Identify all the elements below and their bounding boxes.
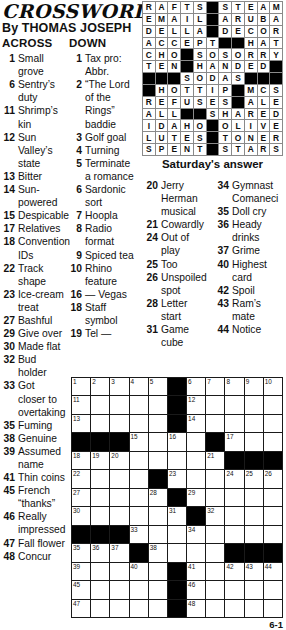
puzzle-cell[interactable]: 24 xyxy=(225,470,243,487)
answer-letter-cell: T xyxy=(219,132,231,143)
puzzle-cell[interactable]: 29 xyxy=(187,489,205,506)
puzzle-cell[interactable] xyxy=(264,581,282,598)
clue-number: 19 xyxy=(69,327,82,340)
clue: 9Spiced tea xyxy=(69,249,143,262)
puzzle-cell[interactable]: 45 xyxy=(72,581,90,598)
answer-letter-cell: O xyxy=(232,49,244,60)
puzzle-cell[interactable]: 3 xyxy=(110,378,128,395)
puzzle-cell[interactable] xyxy=(245,507,263,524)
puzzle-cell[interactable] xyxy=(130,452,148,469)
puzzle-cell[interactable]: 25 xyxy=(245,470,263,487)
clue: 34Gymnast Comaneci xyxy=(216,179,286,205)
answer-letter-cell: R xyxy=(258,49,270,60)
puzzle-cell[interactable] xyxy=(91,470,109,487)
puzzle-cell[interactable]: 38 xyxy=(149,544,167,561)
clue: 11Shrimp’s kin xyxy=(2,104,72,130)
puzzle-cell[interactable]: 13 xyxy=(72,415,90,432)
clue: 3Golf goal xyxy=(69,131,143,144)
answer-letter-cell: E xyxy=(181,38,193,49)
clue-text: Rhino feature xyxy=(85,262,143,288)
puzzle-cell[interactable] xyxy=(187,470,205,487)
answer-letter-cell: O xyxy=(219,120,231,131)
puzzle-cell[interactable] xyxy=(225,526,243,543)
clue-number: 1 xyxy=(69,52,82,65)
clue: 28Letter start xyxy=(145,297,213,323)
answer-block-cell xyxy=(258,73,270,84)
cell-number: 14 xyxy=(188,415,195,422)
puzzle-cell[interactable] xyxy=(149,452,167,469)
cell-number: 6 xyxy=(188,378,192,385)
clue-number: 15 xyxy=(2,209,15,222)
answer-letter-cell: R xyxy=(232,14,244,25)
puzzle-cell[interactable] xyxy=(206,396,224,413)
puzzle-cell[interactable]: 23 xyxy=(168,470,186,487)
puzzle-cell[interactable]: 17 xyxy=(225,433,243,450)
puzzle-cell[interactable]: 6 xyxy=(187,378,205,395)
clue: 26Unspoiled spot xyxy=(145,271,213,297)
clue-text: Too xyxy=(161,258,213,271)
answer-letter-cell: H xyxy=(156,49,168,60)
puzzle-cell[interactable] xyxy=(206,415,224,432)
puzzle-cell[interactable] xyxy=(91,396,109,413)
answer-letter-cell: A xyxy=(270,14,282,25)
clue-text: Sentry’s duty xyxy=(18,78,72,104)
puzzle-cell[interactable] xyxy=(206,600,224,617)
puzzle-cell[interactable] xyxy=(168,526,186,543)
puzzle-cell[interactable] xyxy=(264,507,282,524)
clue-number: 47 xyxy=(2,537,15,550)
puzzle-block-cell xyxy=(264,452,282,469)
clue-number: 29 xyxy=(2,327,15,340)
clue: 22Track shape xyxy=(2,262,72,288)
puzzle-cell[interactable] xyxy=(225,396,243,413)
puzzle-cell[interactable]: 26 xyxy=(264,470,282,487)
answer-block-cell xyxy=(181,61,193,72)
clue-text: Terminate a romance xyxy=(85,157,143,183)
puzzle-cell[interactable]: 31 xyxy=(168,507,186,524)
answer-letter-cell: F xyxy=(168,97,180,108)
puzzle-block-cell xyxy=(168,600,186,617)
clue-number: 44 xyxy=(216,323,229,336)
clue-number: 17 xyxy=(2,222,15,235)
answer-letter-cell: D xyxy=(232,61,244,72)
puzzle-cell[interactable] xyxy=(245,415,263,432)
puzzle-cell[interactable] xyxy=(130,489,148,506)
puzzle-cell[interactable] xyxy=(91,563,109,580)
clue-number: 26 xyxy=(145,271,158,284)
answer-letter-cell: E xyxy=(270,97,282,108)
clue-number: 9 xyxy=(69,249,82,262)
puzzle-cell[interactable] xyxy=(206,526,224,543)
clue-text: Hoopla xyxy=(85,209,143,222)
clue-text: Despicable xyxy=(18,209,72,222)
puzzle-cell[interactable]: 32 xyxy=(206,507,224,524)
clue: 15Despicable xyxy=(2,209,72,222)
answer-letter-cell: E xyxy=(156,26,168,37)
answer-letter-cell: R xyxy=(245,109,257,120)
puzzle-cell[interactable] xyxy=(225,415,243,432)
clue: 16— Vegas xyxy=(69,288,143,301)
clue: 29Give over xyxy=(2,327,72,340)
clue: 27Bashful xyxy=(2,314,72,327)
answer-caption: Saturday's answer xyxy=(142,158,283,170)
puzzle-cell[interactable] xyxy=(149,415,167,432)
puzzle-cell[interactable] xyxy=(149,563,167,580)
cell-number: 3 xyxy=(111,378,115,385)
puzzle-cell[interactable] xyxy=(130,600,148,617)
puzzle-cell[interactable]: 2 xyxy=(91,378,109,395)
puzzle-cell[interactable] xyxy=(264,600,282,617)
puzzle-cell[interactable]: 30 xyxy=(72,507,90,524)
clue-text: Letter start xyxy=(161,297,213,323)
answer-letter-cell: L xyxy=(168,109,180,120)
puzzle-cell[interactable] xyxy=(91,507,109,524)
cell-number: 21 xyxy=(207,452,214,459)
puzzle-cell[interactable] xyxy=(149,600,167,617)
puzzle-cell[interactable] xyxy=(110,396,128,413)
puzzle-cell[interactable] xyxy=(187,452,205,469)
puzzle-block-cell xyxy=(187,507,205,524)
answer-letter-cell: S xyxy=(219,49,231,60)
down-clue-list-continued-left: 20Jerry Herman musical21Cowardly24Out of… xyxy=(145,179,213,349)
puzzle-cell[interactable] xyxy=(91,600,109,617)
clue-text: Spiced tea xyxy=(85,249,143,262)
puzzle-cell[interactable] xyxy=(245,526,263,543)
puzzle-cell[interactable] xyxy=(91,489,109,506)
puzzle-cell[interactable] xyxy=(187,433,205,450)
puzzle-cell[interactable] xyxy=(110,415,128,432)
puzzle-cell[interactable]: 41 xyxy=(187,563,205,580)
cell-number: 42 xyxy=(226,563,233,570)
puzzle-cell[interactable] xyxy=(168,544,186,561)
clue-text: Radio format xyxy=(85,222,143,248)
cell-number: 16 xyxy=(169,433,176,440)
answer-letter-cell: A xyxy=(156,2,168,13)
clue: 24Out of play xyxy=(145,231,213,257)
clue-number: 48 xyxy=(2,550,15,563)
answer-letter-cell: D xyxy=(207,73,219,84)
clue: 48Concur xyxy=(2,550,72,563)
puzzle-cell[interactable]: 11 xyxy=(72,396,90,413)
clue: 35Fuming xyxy=(2,419,72,432)
puzzle-cell[interactable] xyxy=(245,396,263,413)
cell-number: 18 xyxy=(73,452,80,459)
puzzle-cell[interactable] xyxy=(206,489,224,506)
clue: 10Rhino feature xyxy=(69,262,143,288)
puzzle-cell[interactable] xyxy=(264,433,282,450)
puzzle-cell[interactable] xyxy=(245,581,263,598)
clue-number: 18 xyxy=(69,301,82,314)
puzzle-cell[interactable]: 42 xyxy=(225,563,243,580)
puzzle-cell[interactable]: 8 xyxy=(225,378,243,395)
puzzle-cell[interactable] xyxy=(264,415,282,432)
puzzle-block-cell xyxy=(168,563,186,580)
answer-letter-cell: S xyxy=(143,144,155,155)
cell-number: 17 xyxy=(226,433,233,440)
clue: 2“The Lord of the Rings” baddie xyxy=(69,78,143,130)
puzzle-cell[interactable]: 36 xyxy=(91,544,109,561)
puzzle-cell[interactable]: 12 xyxy=(187,396,205,413)
clue-number: 27 xyxy=(2,314,15,327)
answer-letter-cell: E xyxy=(143,14,155,25)
puzzle-cell[interactable]: 33 xyxy=(130,526,148,543)
puzzle-cell[interactable] xyxy=(149,433,167,450)
puzzle-cell[interactable]: 43 xyxy=(245,563,263,580)
puzzle-cell[interactable]: 34 xyxy=(187,526,205,543)
clue-text: Jerry Herman musical xyxy=(161,179,213,218)
puzzle-cell[interactable]: 47 xyxy=(72,600,90,617)
puzzle-cell[interactable] xyxy=(110,581,128,598)
answer-letter-cell: N xyxy=(168,61,180,72)
answer-letter-cell: S xyxy=(181,73,193,84)
cell-number: 46 xyxy=(188,581,195,588)
answer-block-cell xyxy=(207,2,219,13)
down-clue-column-continued-left: 20Jerry Herman musical21Cowardly24Out of… xyxy=(145,179,213,349)
puzzle-cell[interactable] xyxy=(206,563,224,580)
down-heading: DOWN xyxy=(69,37,143,50)
clue: 41Thin coins xyxy=(2,471,72,484)
answer-letter-cell: D xyxy=(143,26,155,37)
puzzle-cell[interactable] xyxy=(149,396,167,413)
puzzle-cell[interactable]: 14 xyxy=(187,415,205,432)
puzzle-cell[interactable] xyxy=(110,470,128,487)
puzzle-cell[interactable] xyxy=(110,507,128,524)
clue: 14Sun- powered xyxy=(2,183,72,209)
clue-text: Convention IDs xyxy=(18,235,72,261)
down-clue-list-continued-right: 34Gymnast Comaneci35Doll cry36Heady drin… xyxy=(216,179,286,336)
cell-number: 8 xyxy=(226,378,230,385)
answer-block-cell xyxy=(232,85,244,96)
puzzle-cell[interactable] xyxy=(149,526,167,543)
puzzle-cell[interactable]: 4 xyxy=(130,378,148,395)
puzzle-cell[interactable]: 48 xyxy=(187,600,205,617)
cell-number: 41 xyxy=(188,563,195,570)
cell-number: 4 xyxy=(131,378,135,385)
clue: 5Terminate a romance xyxy=(69,157,143,183)
clue-number: 37 xyxy=(216,244,229,257)
answer-letter-cell: R xyxy=(258,144,270,155)
puzzle-block-cell xyxy=(91,433,109,450)
cell-number: 25 xyxy=(246,470,253,477)
clue-number: 42 xyxy=(216,284,229,297)
answer-letter-cell: Y xyxy=(270,49,282,60)
answer-letter-cell: N xyxy=(181,144,193,155)
clue: 31Game cube xyxy=(145,323,213,349)
clue-number: 22 xyxy=(2,262,15,275)
puzzle-block-cell xyxy=(168,581,186,598)
clue: 44Notice xyxy=(216,323,286,336)
cell-number: 26 xyxy=(265,470,272,477)
clue-text: Gymnast Comaneci xyxy=(232,179,286,205)
answer-letter-cell: O xyxy=(258,26,270,37)
answer-letter-cell: D xyxy=(156,120,168,131)
clue-number: 34 xyxy=(216,179,229,192)
cell-number: 22 xyxy=(73,470,80,477)
answer-letter-cell: A xyxy=(258,38,270,49)
puzzle-cell[interactable]: 21 xyxy=(206,452,224,469)
puzzle-cell[interactable]: 20 xyxy=(110,452,128,469)
puzzle-cell[interactable]: 39 xyxy=(72,563,90,580)
clue: 17Relatives xyxy=(2,222,72,235)
puzzle-cell[interactable] xyxy=(206,544,224,561)
puzzle-cell[interactable]: 9 xyxy=(245,378,263,395)
answer-letter-cell: T xyxy=(143,61,155,72)
puzzle-block-cell xyxy=(168,378,186,395)
answer-letter-cell: A xyxy=(245,144,257,155)
cell-number: 48 xyxy=(188,600,195,607)
answer-letter-cell: O xyxy=(232,132,244,143)
cell-number: 5 xyxy=(150,378,154,385)
puzzle-cell[interactable] xyxy=(187,544,205,561)
clue: 33Got closer to overtaking xyxy=(2,379,72,418)
answer-letter-cell: M xyxy=(156,14,168,25)
cell-number: 23 xyxy=(169,470,176,477)
cell-number: 40 xyxy=(131,563,138,570)
clue-text: Really impressed xyxy=(18,510,72,536)
cell-number: 45 xyxy=(73,581,80,588)
puzzle-cell[interactable]: 44 xyxy=(264,563,282,580)
puzzle-cell[interactable] xyxy=(130,396,148,413)
clue-text: — Vegas xyxy=(85,288,143,301)
puzzle-cell[interactable] xyxy=(130,581,148,598)
answer-letter-cell: L xyxy=(168,26,180,37)
answer-letter-cell: E xyxy=(207,97,219,108)
puzzle-block-cell xyxy=(91,526,109,543)
answer-letter-cell: A xyxy=(194,26,206,37)
puzzle-cell[interactable]: 46 xyxy=(187,581,205,598)
answer-block-cell xyxy=(232,38,244,49)
clue-text: Genuine xyxy=(18,432,72,445)
answer-letter-cell: B xyxy=(258,14,270,25)
puzzle-block-cell xyxy=(168,415,186,432)
puzzle-cell[interactable] xyxy=(225,600,243,617)
answer-letter-cell: C xyxy=(168,38,180,49)
clue: 1Small grove xyxy=(2,52,72,78)
clue-text: Small grove xyxy=(18,52,72,78)
puzzle-block-cell xyxy=(225,452,243,469)
puzzle-cell[interactable]: 28 xyxy=(149,489,167,506)
clue: 42Spoil xyxy=(216,284,286,297)
puzzle-cell[interactable]: 35 xyxy=(72,544,90,561)
puzzle-cell[interactable]: 5 xyxy=(149,378,167,395)
puzzle-block-cell xyxy=(168,396,186,413)
puzzle-cell[interactable] xyxy=(245,600,263,617)
answer-letter-cell: U xyxy=(245,14,257,25)
answer-letter-cell: U xyxy=(156,132,168,143)
puzzle-cell[interactable]: 27 xyxy=(72,489,90,506)
puzzle-cell[interactable]: 1 xyxy=(72,378,90,395)
puzzle-cell[interactable] xyxy=(91,581,109,598)
cell-number: 34 xyxy=(188,526,195,533)
puzzle-cell[interactable]: 37 xyxy=(110,544,128,561)
down-clue-list: 1Tax pro: Abbr.2“The Lord of the Rings” … xyxy=(69,52,143,340)
answer-letter-cell: T xyxy=(194,144,206,155)
puzzle-cell[interactable]: 7 xyxy=(206,378,224,395)
puzzle-cell[interactable] xyxy=(130,415,148,432)
puzzle-cell[interactable] xyxy=(245,433,263,450)
answer-letter-cell: T xyxy=(194,85,206,96)
answer-block-cell xyxy=(270,73,282,84)
puzzle-cell[interactable] xyxy=(206,581,224,598)
puzzle-block-cell xyxy=(168,489,186,506)
answer-letter-cell: T xyxy=(232,144,244,155)
answer-letter-cell: A xyxy=(168,120,180,131)
clue: 37Grime xyxy=(216,244,286,257)
puzzle-cell[interactable]: 15 xyxy=(130,433,148,450)
clue-text: Fuming xyxy=(18,419,72,432)
clue-number: 18 xyxy=(2,235,15,248)
puzzle-cell[interactable]: 16 xyxy=(168,433,186,450)
clue: 45French “thanks” xyxy=(2,484,72,510)
answer-letter-cell: C xyxy=(245,26,257,37)
puzzle-cell[interactable]: 22 xyxy=(72,470,90,487)
cell-number: 32 xyxy=(207,507,214,514)
answer-letter-cell: E xyxy=(245,61,257,72)
puzzle-cell[interactable] xyxy=(264,526,282,543)
clue-number: 7 xyxy=(69,209,82,222)
clue-text: Tax pro: Abbr. xyxy=(85,52,143,78)
cell-number: 24 xyxy=(226,470,233,477)
puzzle-cell[interactable] xyxy=(130,470,148,487)
crossword-title: CROSSWORD xyxy=(2,0,150,22)
puzzle-cell[interactable]: 18 xyxy=(72,452,90,469)
puzzle-cell[interactable] xyxy=(110,563,128,580)
puzzle-cell[interactable] xyxy=(264,396,282,413)
puzzle-cell[interactable] xyxy=(110,600,128,617)
answer-block-cell xyxy=(207,120,219,131)
puzzle-cell[interactable]: 19 xyxy=(91,452,109,469)
puzzle-cell[interactable] xyxy=(110,489,128,506)
answer-letter-cell: H xyxy=(194,61,206,72)
clue-text: Out of play xyxy=(161,231,213,257)
puzzle-cell[interactable] xyxy=(149,507,167,524)
puzzle-cell[interactable] xyxy=(168,452,186,469)
puzzle-cell[interactable] xyxy=(225,581,243,598)
puzzle-cell[interactable]: 10 xyxy=(264,378,282,395)
clue-number: 21 xyxy=(145,218,158,231)
puzzle-cell[interactable] xyxy=(91,415,109,432)
puzzle-cell[interactable] xyxy=(130,507,148,524)
clue-number: 30 xyxy=(2,340,15,353)
puzzle-cell[interactable] xyxy=(149,581,167,598)
cell-number: 12 xyxy=(188,396,195,403)
puzzle-cell[interactable] xyxy=(206,470,224,487)
clue-number: 11 xyxy=(2,104,15,117)
answer-letter-cell: A xyxy=(232,109,244,120)
clue-number: 3 xyxy=(69,131,82,144)
clue-text: Ice-cream treat xyxy=(18,288,72,314)
clue-text: Unspoiled spot xyxy=(161,271,213,297)
puzzle-cell[interactable] xyxy=(225,489,243,506)
puzzle-cell[interactable] xyxy=(245,489,263,506)
answer-letter-cell: T xyxy=(232,2,244,13)
puzzle-cell[interactable] xyxy=(225,507,243,524)
clue: 6Sardonic sort xyxy=(69,183,143,209)
clue-text: Bud holder xyxy=(18,353,72,379)
clue-number: 8 xyxy=(69,222,82,235)
puzzle-block-cell xyxy=(206,433,224,450)
puzzle-cell[interactable] xyxy=(264,489,282,506)
puzzle-cell[interactable]: 40 xyxy=(130,563,148,580)
puzzle-block-cell xyxy=(110,526,128,543)
answer-block-cell xyxy=(181,49,193,60)
answer-block-cell xyxy=(245,73,257,84)
clue: 39Assumed name xyxy=(2,445,72,471)
clue-number: 33 xyxy=(2,379,15,392)
clue-number: 31 xyxy=(145,323,158,336)
answer-block-cell xyxy=(207,132,219,143)
clue-number: 6 xyxy=(69,183,82,196)
